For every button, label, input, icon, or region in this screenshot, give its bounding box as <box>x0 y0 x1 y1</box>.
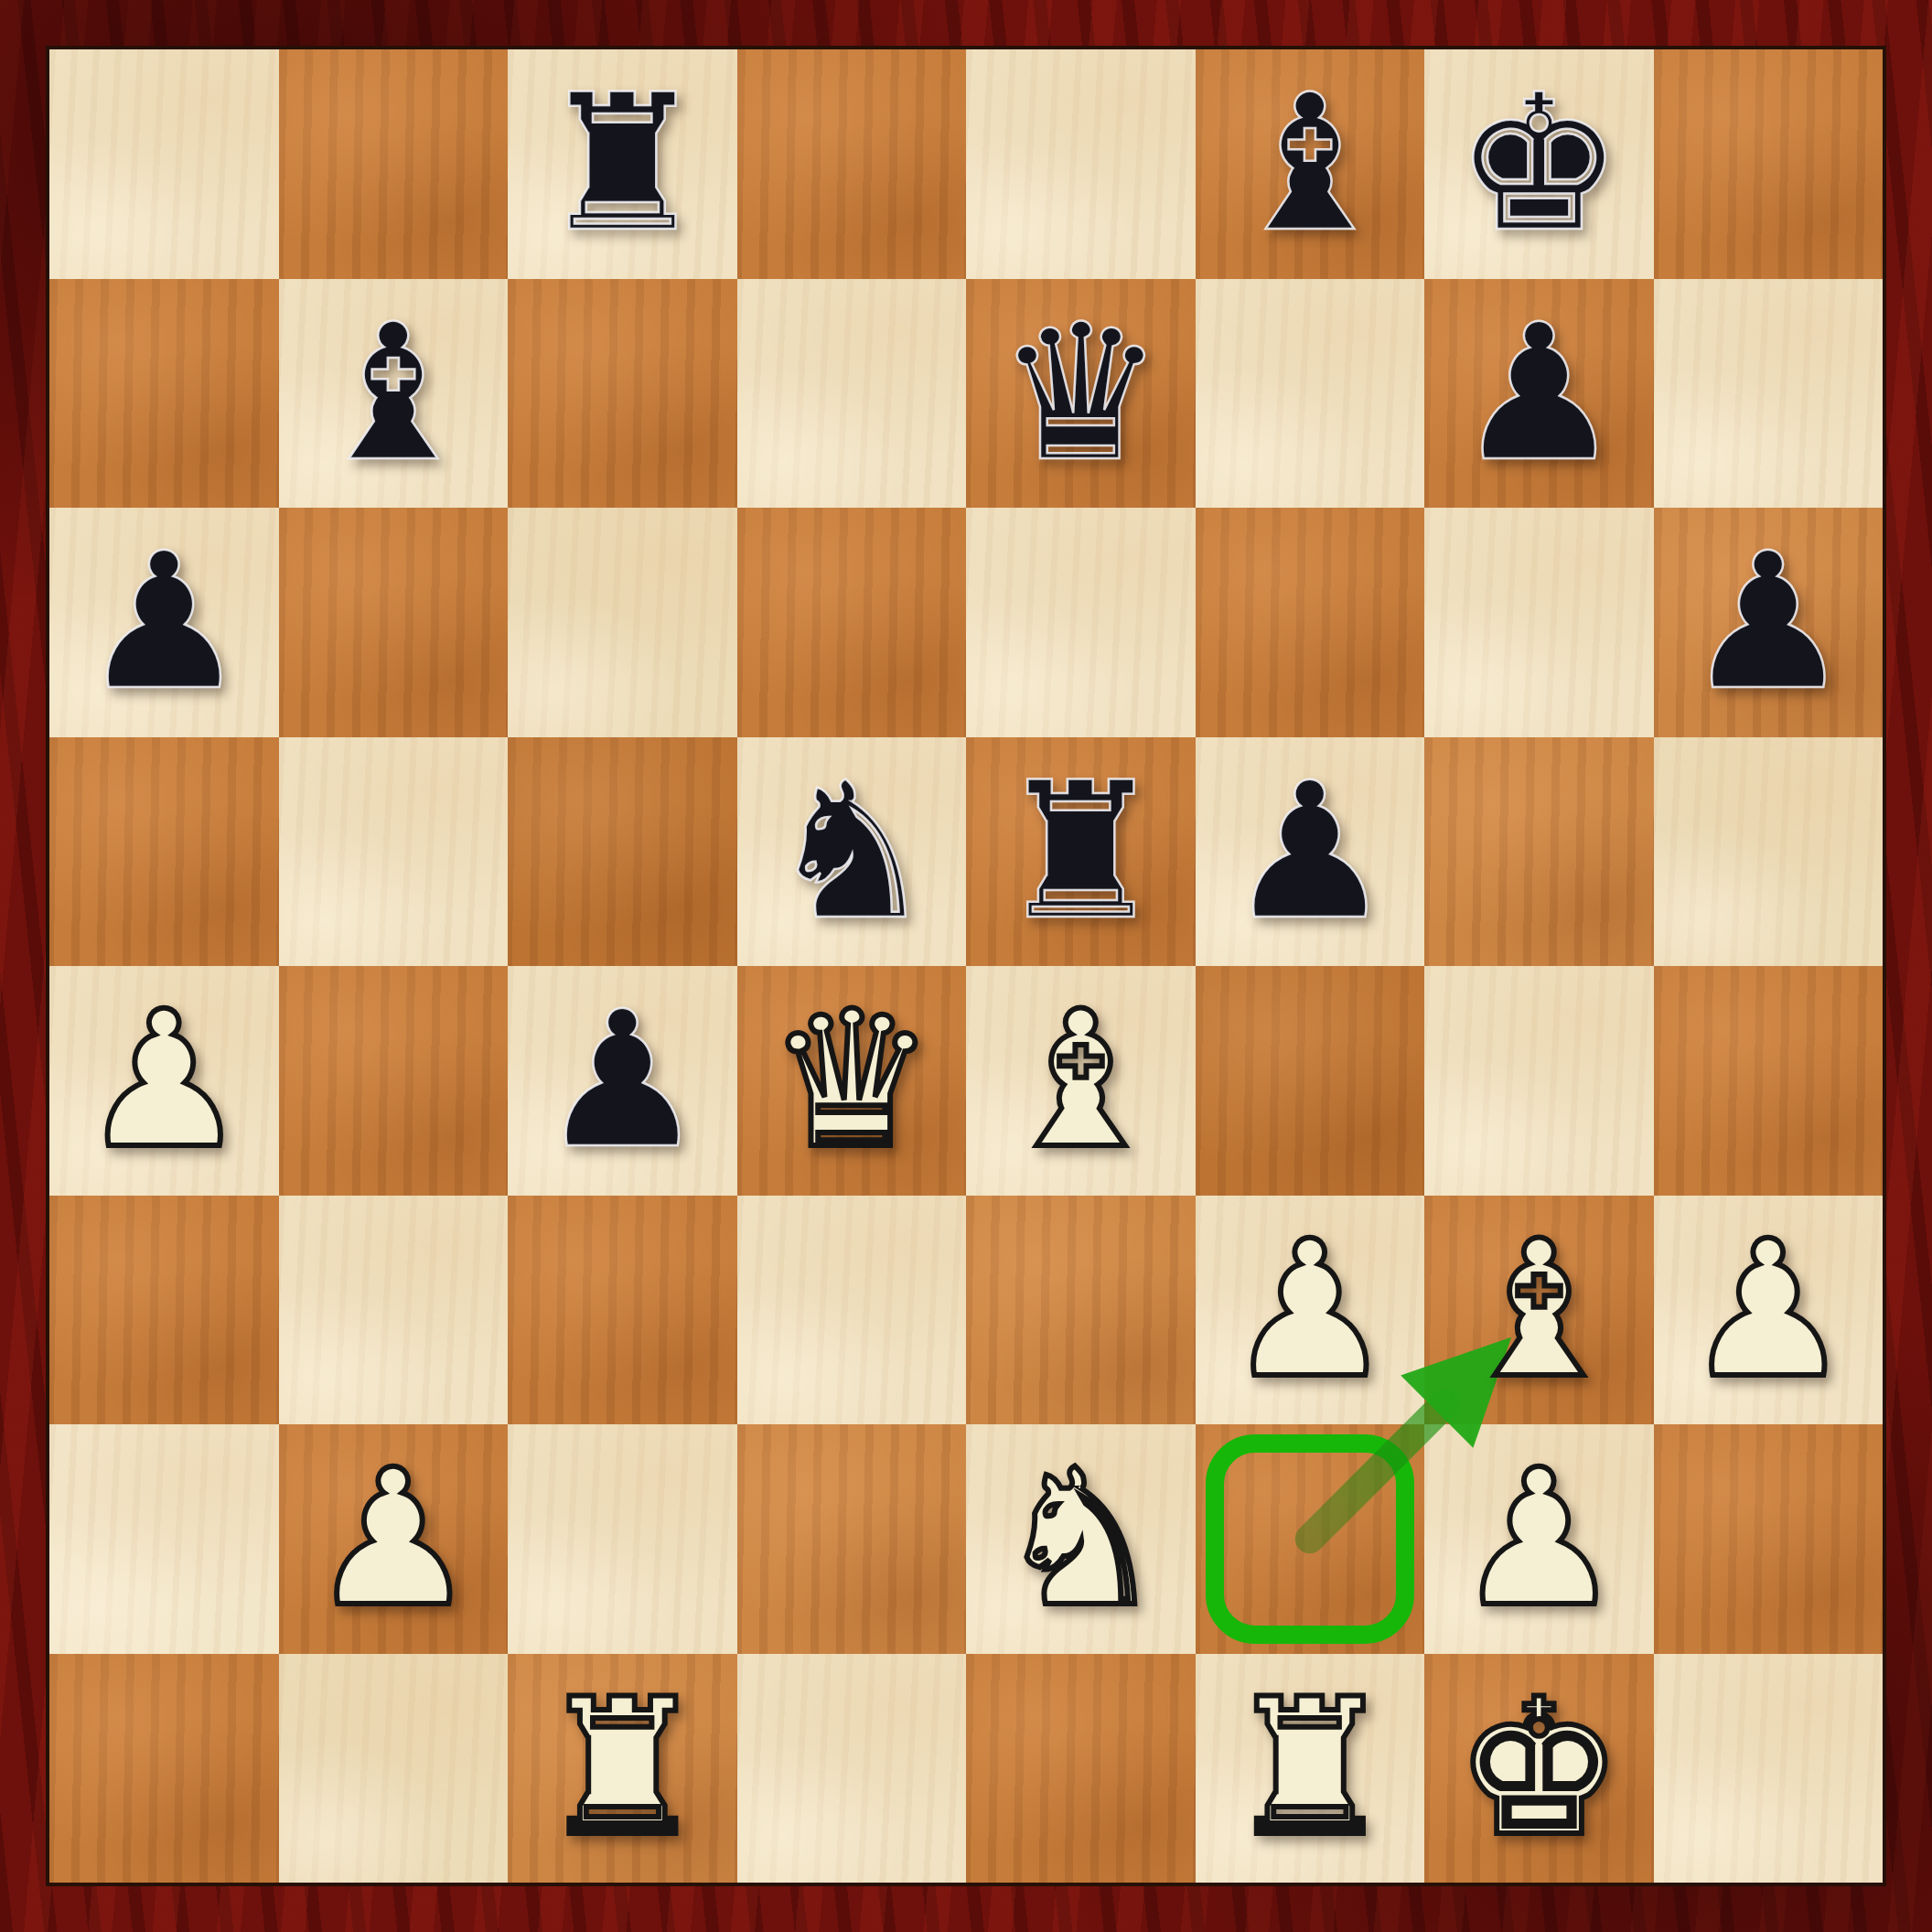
square-a4[interactable]: ♟ <box>49 966 279 1196</box>
square-d4[interactable]: ♛ <box>737 966 967 1196</box>
square-a6[interactable]: ♟ <box>49 508 279 737</box>
square-f4[interactable] <box>1196 966 1425 1196</box>
square-g1[interactable]: ♚ <box>1424 1654 1654 1884</box>
piece-white-bishop-e4[interactable]: ♝ <box>996 986 1165 1175</box>
square-b7[interactable]: ♝ <box>279 279 509 509</box>
square-h5[interactable] <box>1654 737 1884 967</box>
piece-white-rook-f1[interactable]: ♜ <box>1225 1674 1394 1862</box>
square-e5[interactable]: ♜ <box>966 737 1196 967</box>
square-g7[interactable]: ♟ <box>1424 279 1654 509</box>
square-f6[interactable] <box>1196 508 1425 737</box>
square-b4[interactable] <box>279 966 509 1196</box>
piece-black-pawn-h6[interactable]: ♟ <box>1683 528 1852 716</box>
last-move-highlight <box>1206 1434 1415 1644</box>
piece-black-bishop-f8[interactable]: ♝ <box>1225 70 1394 258</box>
board-frame: ♜♝♚♝♛♟♟♟♞♜♟♟♟♛♝♟♝♟♟♞♟♜♜♚ <box>0 0 1932 1932</box>
square-f2[interactable] <box>1196 1424 1425 1654</box>
square-g6[interactable] <box>1424 508 1654 737</box>
square-g4[interactable] <box>1424 966 1654 1196</box>
square-a3[interactable] <box>49 1196 279 1425</box>
piece-black-queen-e7[interactable]: ♛ <box>996 299 1165 488</box>
square-b1[interactable] <box>279 1654 509 1884</box>
square-e7[interactable]: ♛ <box>966 279 1196 509</box>
square-h7[interactable] <box>1654 279 1884 509</box>
square-d2[interactable] <box>737 1424 967 1654</box>
piece-white-pawn-b2[interactable]: ♟ <box>308 1444 478 1633</box>
square-e2[interactable]: ♞ <box>966 1424 1196 1654</box>
square-d6[interactable] <box>737 508 967 737</box>
square-a8[interactable] <box>49 49 279 279</box>
square-d3[interactable] <box>737 1196 967 1425</box>
piece-white-queen-d4[interactable]: ♛ <box>767 986 936 1175</box>
square-d5[interactable]: ♞ <box>737 737 967 967</box>
square-e4[interactable]: ♝ <box>966 966 1196 1196</box>
square-c3[interactable] <box>508 1196 737 1425</box>
square-a5[interactable] <box>49 737 279 967</box>
square-f8[interactable]: ♝ <box>1196 49 1425 279</box>
piece-black-knight-d5[interactable]: ♞ <box>767 757 936 946</box>
square-h6[interactable]: ♟ <box>1654 508 1884 737</box>
square-c4[interactable]: ♟ <box>508 966 737 1196</box>
piece-white-pawn-a4[interactable]: ♟ <box>80 986 249 1175</box>
square-b8[interactable] <box>279 49 509 279</box>
square-e6[interactable] <box>966 508 1196 737</box>
square-c7[interactable] <box>508 279 737 509</box>
piece-black-bishop-b7[interactable]: ♝ <box>308 299 478 488</box>
square-g8[interactable]: ♚ <box>1424 49 1654 279</box>
square-h3[interactable]: ♟ <box>1654 1196 1884 1425</box>
piece-white-pawn-g2[interactable]: ♟ <box>1454 1444 1624 1633</box>
square-b3[interactable] <box>279 1196 509 1425</box>
piece-black-pawn-a6[interactable]: ♟ <box>80 528 249 716</box>
square-c5[interactable] <box>508 737 737 967</box>
square-d8[interactable] <box>737 49 967 279</box>
square-h8[interactable] <box>1654 49 1884 279</box>
piece-white-bishop-g3[interactable]: ♝ <box>1454 1216 1624 1404</box>
piece-black-rook-c8[interactable]: ♜ <box>538 70 707 258</box>
square-d7[interactable] <box>737 279 967 509</box>
square-f1[interactable]: ♜ <box>1196 1654 1425 1884</box>
square-d1[interactable] <box>737 1654 967 1884</box>
piece-black-king-g8[interactable]: ♚ <box>1454 70 1624 258</box>
square-a1[interactable] <box>49 1654 279 1884</box>
square-a2[interactable] <box>49 1424 279 1654</box>
square-h1[interactable] <box>1654 1654 1884 1884</box>
square-b2[interactable]: ♟ <box>279 1424 509 1654</box>
piece-black-pawn-c4[interactable]: ♟ <box>538 986 707 1175</box>
square-c2[interactable] <box>508 1424 737 1654</box>
square-f7[interactable] <box>1196 279 1425 509</box>
square-a7[interactable] <box>49 279 279 509</box>
piece-black-rook-e5[interactable]: ♜ <box>996 757 1165 946</box>
square-g5[interactable] <box>1424 737 1654 967</box>
square-e3[interactable] <box>966 1196 1196 1425</box>
piece-white-knight-e2[interactable]: ♞ <box>996 1444 1165 1633</box>
chess-board: ♜♝♚♝♛♟♟♟♞♜♟♟♟♛♝♟♝♟♟♞♟♜♜♚ <box>46 46 1886 1886</box>
square-c8[interactable]: ♜ <box>508 49 737 279</box>
square-c1[interactable]: ♜ <box>508 1654 737 1884</box>
square-g3[interactable]: ♝ <box>1424 1196 1654 1425</box>
piece-white-king-g1[interactable]: ♚ <box>1454 1674 1624 1862</box>
square-g2[interactable]: ♟ <box>1424 1424 1654 1654</box>
square-e1[interactable] <box>966 1654 1196 1884</box>
square-c6[interactable] <box>508 508 737 737</box>
piece-white-pawn-h3[interactable]: ♟ <box>1683 1216 1852 1404</box>
square-b6[interactable] <box>279 508 509 737</box>
piece-white-pawn-f3[interactable]: ♟ <box>1225 1216 1394 1404</box>
piece-black-pawn-g7[interactable]: ♟ <box>1454 299 1624 488</box>
piece-black-pawn-f5[interactable]: ♟ <box>1225 757 1394 946</box>
square-f5[interactable]: ♟ <box>1196 737 1425 967</box>
square-h4[interactable] <box>1654 966 1884 1196</box>
square-h2[interactable] <box>1654 1424 1884 1654</box>
square-e8[interactable] <box>966 49 1196 279</box>
piece-white-rook-c1[interactable]: ♜ <box>538 1674 707 1862</box>
square-b5[interactable] <box>279 737 509 967</box>
square-f3[interactable]: ♟ <box>1196 1196 1425 1425</box>
